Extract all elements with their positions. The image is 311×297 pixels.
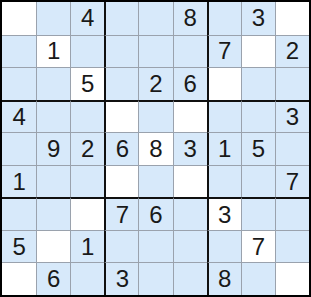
cell-r4c8[interactable] bbox=[241, 100, 275, 133]
cell-r9c9[interactable] bbox=[275, 262, 309, 295]
cell-r3c5[interactable]: 2 bbox=[138, 67, 172, 100]
cell-r8c4[interactable] bbox=[104, 230, 138, 263]
cell-r9c4[interactable]: 3 bbox=[104, 262, 138, 295]
cell-r6c8[interactable] bbox=[241, 165, 275, 198]
cell-r7c6[interactable] bbox=[173, 197, 207, 230]
cell-r3c6[interactable]: 6 bbox=[173, 67, 207, 100]
cell-r4c1[interactable]: 4 bbox=[2, 100, 36, 133]
cell-r7c3[interactable] bbox=[70, 197, 104, 230]
cell-r9c6[interactable] bbox=[173, 262, 207, 295]
cell-r3c1[interactable] bbox=[2, 67, 36, 100]
cell-r5c2[interactable]: 9 bbox=[36, 132, 70, 165]
cell-r4c4[interactable] bbox=[104, 100, 138, 133]
cell-r7c1[interactable] bbox=[2, 197, 36, 230]
cell-r1c2[interactable] bbox=[36, 2, 70, 35]
cell-r8c7[interactable] bbox=[207, 230, 241, 263]
cell-r6c4[interactable] bbox=[104, 165, 138, 198]
cell-r8c1[interactable]: 5 bbox=[2, 230, 36, 263]
cell-r5c7[interactable]: 1 bbox=[207, 132, 241, 165]
cell-r9c8[interactable] bbox=[241, 262, 275, 295]
cell-r7c9[interactable] bbox=[275, 197, 309, 230]
cell-r2c9[interactable]: 2 bbox=[275, 35, 309, 68]
cell-r4c6[interactable] bbox=[173, 100, 207, 133]
cell-r7c2[interactable] bbox=[36, 197, 70, 230]
cell-r6c3[interactable] bbox=[70, 165, 104, 198]
cell-r4c7[interactable] bbox=[207, 100, 241, 133]
cell-r4c9[interactable]: 3 bbox=[275, 100, 309, 133]
cell-r7c8[interactable] bbox=[241, 197, 275, 230]
cell-r1c6[interactable]: 8 bbox=[173, 2, 207, 35]
cell-r2c6[interactable] bbox=[173, 35, 207, 68]
cell-r5c6[interactable]: 3 bbox=[173, 132, 207, 165]
cell-r7c4[interactable]: 7 bbox=[104, 197, 138, 230]
cell-r4c3[interactable] bbox=[70, 100, 104, 133]
cell-r9c3[interactable] bbox=[70, 262, 104, 295]
cell-r8c2[interactable] bbox=[36, 230, 70, 263]
cell-r1c1[interactable] bbox=[2, 2, 36, 35]
cell-r1c3[interactable]: 4 bbox=[70, 2, 104, 35]
cell-r6c1[interactable]: 1 bbox=[2, 165, 36, 198]
cell-r1c8[interactable]: 3 bbox=[241, 2, 275, 35]
cell-r6c9[interactable]: 7 bbox=[275, 165, 309, 198]
cell-r2c5[interactable] bbox=[138, 35, 172, 68]
cell-r8c5[interactable] bbox=[138, 230, 172, 263]
cell-r8c3[interactable]: 1 bbox=[70, 230, 104, 263]
cell-r3c4[interactable] bbox=[104, 67, 138, 100]
cell-r4c2[interactable] bbox=[36, 100, 70, 133]
cell-r9c5[interactable] bbox=[138, 262, 172, 295]
cell-r3c8[interactable] bbox=[241, 67, 275, 100]
cell-r8c6[interactable] bbox=[173, 230, 207, 263]
cell-r6c5[interactable] bbox=[138, 165, 172, 198]
cell-r2c4[interactable] bbox=[104, 35, 138, 68]
cell-r2c8[interactable] bbox=[241, 35, 275, 68]
cell-r1c4[interactable] bbox=[104, 2, 138, 35]
cell-r7c7[interactable]: 3 bbox=[207, 197, 241, 230]
cell-r6c2[interactable] bbox=[36, 165, 70, 198]
cell-r3c9[interactable] bbox=[275, 67, 309, 100]
cell-r2c2[interactable]: 1 bbox=[36, 35, 70, 68]
cell-r5c1[interactable] bbox=[2, 132, 36, 165]
cell-r8c8[interactable]: 7 bbox=[241, 230, 275, 263]
cell-r5c9[interactable] bbox=[275, 132, 309, 165]
cell-r5c4[interactable]: 6 bbox=[104, 132, 138, 165]
cell-r7c5[interactable]: 6 bbox=[138, 197, 172, 230]
cell-r2c1[interactable] bbox=[2, 35, 36, 68]
cell-r3c2[interactable] bbox=[36, 67, 70, 100]
cell-r9c1[interactable] bbox=[2, 262, 36, 295]
cell-r6c6[interactable] bbox=[173, 165, 207, 198]
cell-r4c5[interactable] bbox=[138, 100, 172, 133]
cell-r2c3[interactable] bbox=[70, 35, 104, 68]
cell-r3c3[interactable]: 5 bbox=[70, 67, 104, 100]
cell-r2c7[interactable]: 7 bbox=[207, 35, 241, 68]
cell-r8c9[interactable] bbox=[275, 230, 309, 263]
cell-r3c7[interactable] bbox=[207, 67, 241, 100]
cell-r5c8[interactable]: 5 bbox=[241, 132, 275, 165]
cell-r1c9[interactable] bbox=[275, 2, 309, 35]
cell-r9c7[interactable]: 8 bbox=[207, 262, 241, 295]
cell-r9c2[interactable]: 6 bbox=[36, 262, 70, 295]
cell-r1c5[interactable] bbox=[138, 2, 172, 35]
cell-r1c7[interactable] bbox=[207, 2, 241, 35]
cell-r6c7[interactable] bbox=[207, 165, 241, 198]
sudoku-board: 48317252643926831517763517638 bbox=[0, 0, 311, 297]
cell-r5c5[interactable]: 8 bbox=[138, 132, 172, 165]
cell-r5c3[interactable]: 2 bbox=[70, 132, 104, 165]
